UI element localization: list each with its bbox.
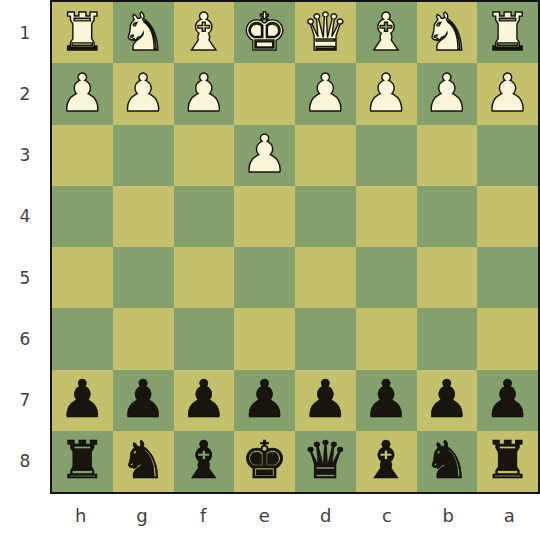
square-a7[interactable]: ♟: [477, 370, 538, 431]
square-d2[interactable]: ♟: [295, 63, 356, 124]
square-d4[interactable]: [295, 186, 356, 247]
square-d7[interactable]: ♟: [295, 370, 356, 431]
file-label-a: a: [479, 494, 540, 536]
square-d8[interactable]: ♛: [295, 431, 356, 492]
black-rook: ♜: [484, 434, 531, 486]
black-pawn: ♟: [181, 373, 228, 425]
rank-labels: 1 2 3 4 5 6 7 8: [0, 2, 50, 492]
square-h8[interactable]: ♜: [52, 431, 113, 492]
file-labels: h g f e d c b a: [50, 494, 540, 536]
rank-label-2: 2: [0, 63, 50, 124]
white-pawn: ♟: [363, 67, 410, 119]
square-c4[interactable]: [356, 186, 417, 247]
square-c5[interactable]: [356, 247, 417, 308]
square-a8[interactable]: ♜: [477, 431, 538, 492]
black-pawn: ♟: [120, 373, 167, 425]
file-label-d: d: [295, 494, 356, 536]
square-e5[interactable]: [234, 247, 295, 308]
black-pawn: ♟: [484, 373, 531, 425]
square-c3[interactable]: [356, 125, 417, 186]
square-e3[interactable]: ♟: [234, 125, 295, 186]
file-label-g: g: [111, 494, 172, 536]
square-e6[interactable]: [234, 308, 295, 369]
square-a5[interactable]: [477, 247, 538, 308]
square-e8[interactable]: ♚: [234, 431, 295, 492]
square-f7[interactable]: ♟: [174, 370, 235, 431]
white-pawn: ♟: [484, 67, 531, 119]
square-g4[interactable]: [113, 186, 174, 247]
square-f2[interactable]: ♟: [174, 63, 235, 124]
square-g7[interactable]: ♟: [113, 370, 174, 431]
white-bishop: ♝: [363, 6, 410, 58]
black-bishop: ♝: [181, 434, 228, 486]
square-b7[interactable]: ♟: [417, 370, 478, 431]
file-label-b: b: [418, 494, 479, 536]
square-h5[interactable]: [52, 247, 113, 308]
square-f4[interactable]: [174, 186, 235, 247]
square-f6[interactable]: [174, 308, 235, 369]
black-pawn: ♟: [241, 373, 288, 425]
square-c6[interactable]: [356, 308, 417, 369]
square-b6[interactable]: [417, 308, 478, 369]
square-b2[interactable]: ♟: [417, 63, 478, 124]
square-f8[interactable]: ♝: [174, 431, 235, 492]
white-knight: ♞: [424, 6, 471, 58]
black-king: ♚: [241, 434, 288, 486]
square-a1[interactable]: ♜: [477, 2, 538, 63]
black-rook: ♜: [59, 434, 106, 486]
rank-label-8: 8: [0, 431, 50, 492]
square-g6[interactable]: [113, 308, 174, 369]
white-pawn: ♟: [241, 128, 288, 180]
white-rook: ♜: [484, 6, 531, 58]
black-knight: ♞: [424, 434, 471, 486]
square-f5[interactable]: [174, 247, 235, 308]
file-label-e: e: [234, 494, 295, 536]
rank-label-7: 7: [0, 370, 50, 431]
rank-label-3: 3: [0, 125, 50, 186]
file-label-f: f: [173, 494, 234, 536]
square-c2[interactable]: ♟: [356, 63, 417, 124]
square-a2[interactable]: ♟: [477, 63, 538, 124]
square-d5[interactable]: [295, 247, 356, 308]
black-pawn: ♟: [302, 373, 349, 425]
square-a3[interactable]: [477, 125, 538, 186]
square-e4[interactable]: [234, 186, 295, 247]
white-pawn: ♟: [120, 67, 167, 119]
square-g1[interactable]: ♞: [113, 2, 174, 63]
square-h7[interactable]: ♟: [52, 370, 113, 431]
square-a6[interactable]: [477, 308, 538, 369]
black-pawn: ♟: [363, 373, 410, 425]
square-b3[interactable]: [417, 125, 478, 186]
white-queen: ♛: [302, 6, 349, 58]
file-label-c: c: [356, 494, 417, 536]
square-h6[interactable]: [52, 308, 113, 369]
white-rook: ♜: [59, 6, 106, 58]
rank-label-1: 1: [0, 2, 50, 63]
square-g8[interactable]: ♞: [113, 431, 174, 492]
white-king: ♚: [241, 6, 288, 58]
square-b5[interactable]: [417, 247, 478, 308]
square-c7[interactable]: ♟: [356, 370, 417, 431]
square-b1[interactable]: ♞: [417, 2, 478, 63]
rank-label-5: 5: [0, 247, 50, 308]
white-pawn: ♟: [181, 67, 228, 119]
white-pawn: ♟: [302, 67, 349, 119]
square-h1[interactable]: ♜: [52, 2, 113, 63]
black-pawn: ♟: [59, 373, 106, 425]
square-a4[interactable]: [477, 186, 538, 247]
black-queen: ♛: [302, 434, 349, 486]
square-e7[interactable]: ♟: [234, 370, 295, 431]
square-d3[interactable]: [295, 125, 356, 186]
square-g5[interactable]: [113, 247, 174, 308]
rank-label-4: 4: [0, 186, 50, 247]
square-h2[interactable]: ♟: [52, 63, 113, 124]
square-g2[interactable]: ♟: [113, 63, 174, 124]
square-c8[interactable]: ♝: [356, 431, 417, 492]
square-d1[interactable]: ♛: [295, 2, 356, 63]
chess-board: ♜♞♝♚♛♝♞♜♟♟♟♟♟♟♟♟♟♟♟♟♟♟♟♟♜♞♝♚♛♝♞♜: [50, 0, 540, 494]
square-f3[interactable]: [174, 125, 235, 186]
square-e2[interactable]: [234, 63, 295, 124]
black-knight: ♞: [120, 434, 167, 486]
square-h4[interactable]: [52, 186, 113, 247]
white-bishop: ♝: [181, 6, 228, 58]
square-h3[interactable]: [52, 125, 113, 186]
chess-app-screen: 1 2 3 4 5 6 7 8 ♜♞♝♚♛♝♞♜♟♟♟♟♟♟♟♟♟♟♟♟♟♟♟♟…: [0, 0, 540, 536]
square-b8[interactable]: ♞: [417, 431, 478, 492]
white-knight: ♞: [120, 6, 167, 58]
square-b4[interactable]: [417, 186, 478, 247]
white-pawn: ♟: [424, 67, 471, 119]
white-pawn: ♟: [59, 67, 106, 119]
square-e1[interactable]: ♚: [234, 2, 295, 63]
black-bishop: ♝: [363, 434, 410, 486]
rank-label-6: 6: [0, 308, 50, 369]
square-g3[interactable]: [113, 125, 174, 186]
file-label-h: h: [50, 494, 111, 536]
black-pawn: ♟: [424, 373, 471, 425]
square-d6[interactable]: [295, 308, 356, 369]
square-c1[interactable]: ♝: [356, 2, 417, 63]
square-f1[interactable]: ♝: [174, 2, 235, 63]
